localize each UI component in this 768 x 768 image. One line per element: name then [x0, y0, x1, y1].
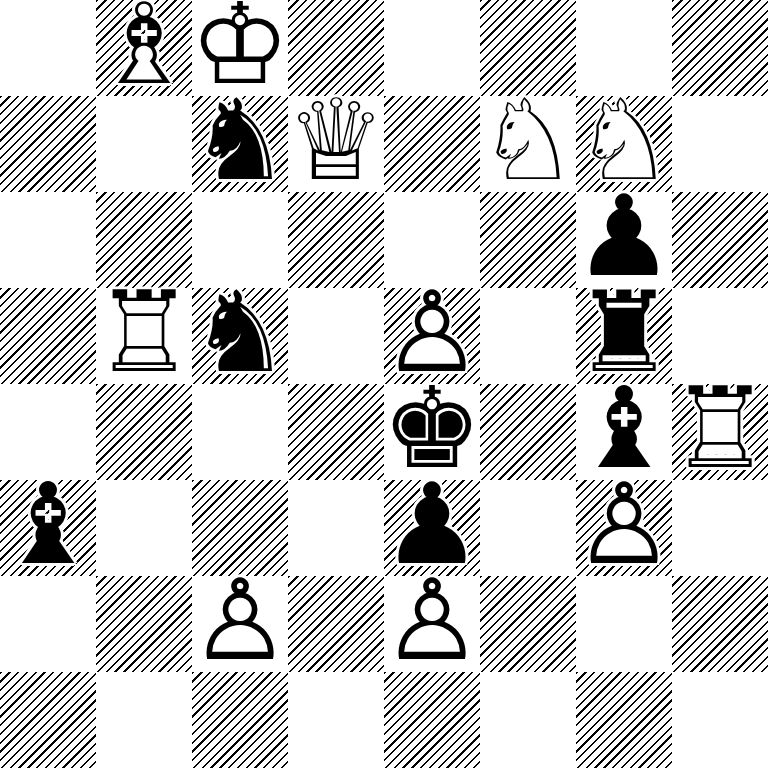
white-pawn-icon: ♙ [382, 572, 482, 668]
white-knight-icon: ♘ [478, 92, 578, 188]
white-knight-f7: ♞♘ [480, 96, 576, 192]
square-b8[interactable]: ♝♗ [96, 0, 192, 96]
white-pawn-icon: ♙ [574, 476, 674, 572]
square-h6[interactable] [672, 192, 768, 288]
square-c7[interactable]: ♞♞ [192, 96, 288, 192]
white-rook-h4: ♜♖ [672, 384, 768, 480]
square-f2[interactable] [480, 576, 576, 672]
square-f6[interactable] [480, 192, 576, 288]
square-d7[interactable]: ♛♕ [288, 96, 384, 192]
square-b1[interactable] [96, 672, 192, 768]
square-d4[interactable] [288, 384, 384, 480]
square-c5[interactable]: ♞♞ [192, 288, 288, 384]
white-pawn-g3: ♟♙ [576, 480, 672, 576]
square-a8[interactable] [0, 0, 96, 96]
square-b3[interactable] [96, 480, 192, 576]
square-h3[interactable] [672, 480, 768, 576]
black-knight-c5: ♞♞ [192, 288, 288, 384]
square-g3[interactable]: ♟♙ [576, 480, 672, 576]
square-b7[interactable] [96, 96, 192, 192]
black-knight-icon: ♞ [190, 92, 290, 188]
square-h8[interactable] [672, 0, 768, 96]
square-h4[interactable]: ♜♖ [672, 384, 768, 480]
square-d1[interactable] [288, 672, 384, 768]
square-g1[interactable] [576, 672, 672, 768]
square-c2[interactable]: ♟♙ [192, 576, 288, 672]
white-bishop-icon: ♗ [94, 0, 194, 92]
white-rook-icon: ♖ [670, 380, 768, 476]
square-f4[interactable] [480, 384, 576, 480]
square-a3[interactable]: ♝♝ [0, 480, 96, 576]
black-bishop-icon: ♝ [0, 476, 98, 572]
black-knight-icon: ♞ [190, 284, 290, 380]
square-f1[interactable] [480, 672, 576, 768]
square-e7[interactable] [384, 96, 480, 192]
square-a7[interactable] [0, 96, 96, 192]
square-a1[interactable] [0, 672, 96, 768]
square-a6[interactable] [0, 192, 96, 288]
white-bishop-b8: ♝♗ [96, 0, 192, 96]
black-bishop-a3: ♝♝ [0, 480, 96, 576]
black-knight-c7: ♞♞ [192, 96, 288, 192]
square-h2[interactable] [672, 576, 768, 672]
square-d2[interactable] [288, 576, 384, 672]
square-a5[interactable] [0, 288, 96, 384]
square-f5[interactable] [480, 288, 576, 384]
white-queen-d7: ♛♕ [288, 96, 384, 192]
square-a2[interactable] [0, 576, 96, 672]
white-rook-b5: ♜♖ [96, 288, 192, 384]
square-f7[interactable]: ♞♘ [480, 96, 576, 192]
square-h1[interactable] [672, 672, 768, 768]
square-b5[interactable]: ♜♖ [96, 288, 192, 384]
square-d6[interactable] [288, 192, 384, 288]
square-c4[interactable] [192, 384, 288, 480]
square-e1[interactable] [384, 672, 480, 768]
white-rook-icon: ♖ [94, 284, 194, 380]
square-f3[interactable] [480, 480, 576, 576]
square-e8[interactable] [384, 0, 480, 96]
white-queen-icon: ♕ [286, 92, 386, 188]
square-h7[interactable] [672, 96, 768, 192]
square-c1[interactable] [192, 672, 288, 768]
white-pawn-icon: ♙ [190, 572, 290, 668]
chess-board: ♝♗♚♔♞♞♛♕♞♘♞♘♟♟♜♖♞♞♟♙♜♜♚♚♝♝♜♖♝♝♟♟♟♙♟♙♟♙ [0, 0, 768, 768]
square-d3[interactable] [288, 480, 384, 576]
square-b2[interactable] [96, 576, 192, 672]
square-g2[interactable] [576, 576, 672, 672]
white-pawn-c2: ♟♙ [192, 576, 288, 672]
white-pawn-e2: ♟♙ [384, 576, 480, 672]
square-b4[interactable] [96, 384, 192, 480]
square-d5[interactable] [288, 288, 384, 384]
square-e2[interactable]: ♟♙ [384, 576, 480, 672]
